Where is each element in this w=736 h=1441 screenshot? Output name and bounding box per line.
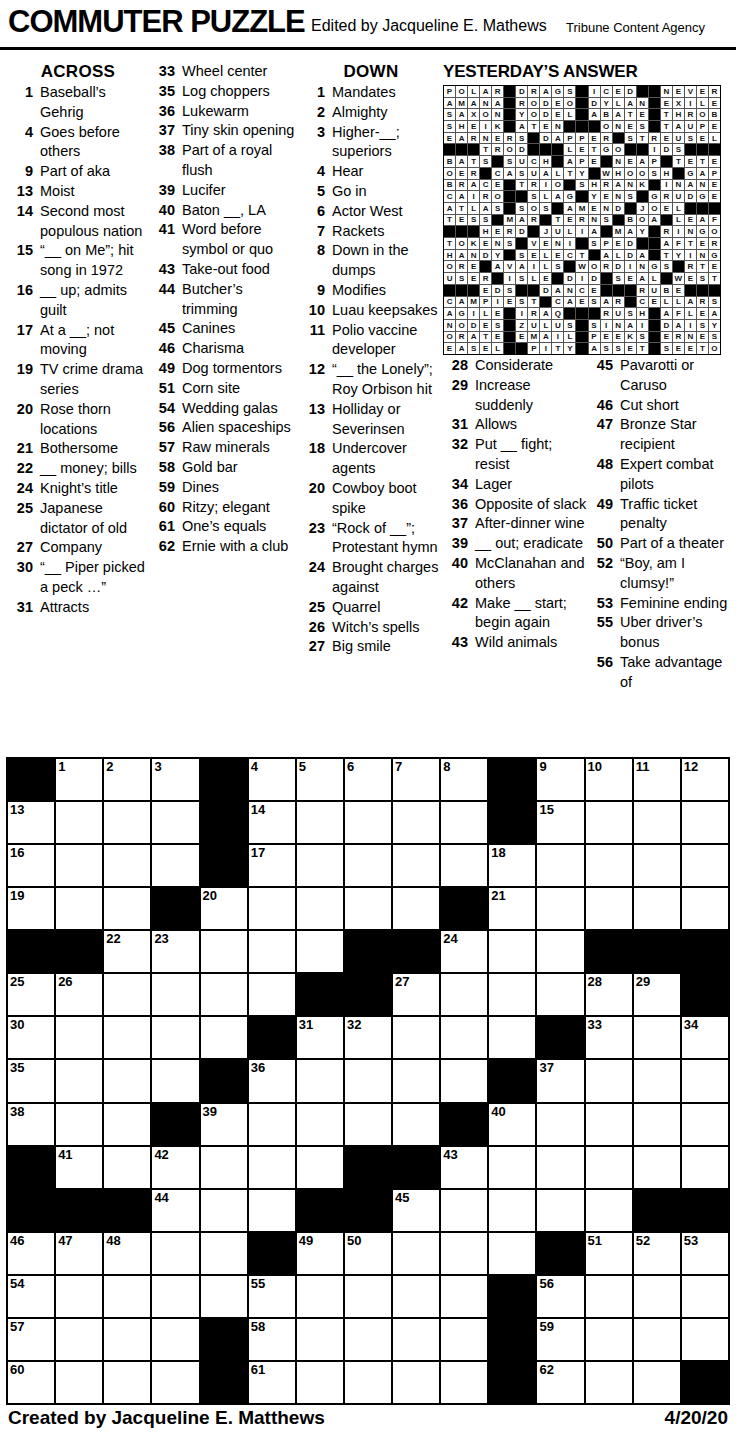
answer-letter-r4c8: T <box>528 121 539 132</box>
answer-letter-r5c4: N <box>480 133 491 144</box>
cell-r12c1[interactable]: 46 <box>8 1233 54 1274</box>
cell-r14c3[interactable] <box>104 1319 150 1360</box>
cell-r12c4[interactable] <box>152 1233 198 1274</box>
cell-r9c6[interactable] <box>249 1104 295 1145</box>
cell-number: 12 <box>684 759 698 775</box>
cell-r15c2[interactable] <box>56 1362 102 1403</box>
clue-number: 58 <box>150 458 175 478</box>
cell-r11c13[interactable] <box>586 1190 632 1231</box>
cell-r10c13[interactable] <box>586 1147 632 1188</box>
cell-r1c8[interactable]: 6 <box>345 759 391 800</box>
block-r9c4 <box>152 1104 198 1145</box>
clue-across-20: 20Rose thorn locations <box>8 400 148 440</box>
cell-r2c3[interactable] <box>104 802 150 843</box>
cell-r8c12[interactable]: 37 <box>537 1060 583 1101</box>
cell-r15c1[interactable]: 60 <box>8 1362 54 1403</box>
cell-r15c7[interactable] <box>297 1362 343 1403</box>
cell-r11c9[interactable]: 45 <box>393 1190 439 1231</box>
answer-letter-r12c20: L <box>673 215 684 226</box>
answer-letter-r14c8: V <box>528 238 539 249</box>
answer-letter-r15c16: D <box>625 250 636 261</box>
block-r10c1 <box>8 1147 54 1188</box>
answer-letter-r5c3: R <box>468 133 479 144</box>
cell-r7c5[interactable] <box>201 1017 247 1058</box>
cell-r9c12[interactable] <box>537 1104 583 1145</box>
cell-r14c10[interactable] <box>441 1319 487 1360</box>
cell-r6c5[interactable] <box>201 974 247 1015</box>
cell-r4c9[interactable] <box>393 888 439 929</box>
clue-number: 15 <box>8 241 33 281</box>
cell-r5c4[interactable]: 23 <box>152 931 198 972</box>
cell-number: 56 <box>539 1276 553 1292</box>
cell-r9c7[interactable] <box>297 1104 343 1145</box>
answer-letter-r3c4: O <box>480 109 491 120</box>
cell-number: 37 <box>539 1060 553 1076</box>
cell-r6c12[interactable] <box>537 974 583 1015</box>
clue-text: Modifies <box>332 281 442 301</box>
cell-r12c7[interactable]: 49 <box>297 1233 343 1274</box>
clue-text: Bronze Star recipient <box>620 415 733 455</box>
answer-letter-r10c20: U <box>673 191 684 202</box>
cell-r3c7[interactable] <box>297 845 343 886</box>
cell-r13c6[interactable]: 55 <box>249 1276 295 1317</box>
cell-r1c4[interactable]: 3 <box>152 759 198 800</box>
cell-r2c14[interactable] <box>634 802 680 843</box>
clue-down-4: 4Hear <box>300 162 442 182</box>
cell-r9c2[interactable] <box>56 1104 102 1145</box>
answer-letter-r8c2: E <box>456 168 467 179</box>
cell-r15c6[interactable]: 61 <box>249 1362 295 1403</box>
clue-down-8: 8Down in the dumps <box>300 241 442 281</box>
cell-r7c13[interactable]: 33 <box>586 1017 632 1058</box>
cell-r10c5[interactable] <box>201 1147 247 1188</box>
answer-letter-r15c1: H <box>444 250 455 261</box>
cell-r10c4[interactable]: 42 <box>152 1147 198 1188</box>
cell-r14c9[interactable] <box>393 1319 439 1360</box>
cell-r3c3[interactable] <box>104 845 150 886</box>
cell-r6c2[interactable]: 26 <box>56 974 102 1015</box>
cell-r14c7[interactable] <box>297 1319 343 1360</box>
answer-letter-r21c7: Z <box>516 320 527 331</box>
answer-letter-r5c1: E <box>444 133 455 144</box>
clue-number: 61 <box>150 517 175 537</box>
clue-down-3: 3Higher-__; superiors <box>300 123 442 163</box>
cell-number: 44 <box>154 1190 168 1206</box>
cell-r11c10[interactable] <box>441 1190 487 1231</box>
cell-r12c15[interactable]: 53 <box>682 1233 728 1274</box>
clue-across-37: 37Tiny skin opening <box>150 121 296 141</box>
block-r15c5 <box>201 1362 247 1403</box>
cell-r4c6[interactable] <box>249 888 295 929</box>
clue-text: “__ Piper picked a peck …” <box>40 558 148 598</box>
cell-r4c7[interactable] <box>297 888 343 929</box>
clue-across-21: 21Bothersome <box>8 439 148 459</box>
answer-block-r11c10 <box>552 203 563 214</box>
cell-r3c6[interactable]: 17 <box>249 845 295 886</box>
cell-r9c11[interactable]: 40 <box>489 1104 535 1145</box>
answer-letter-r12c4: S <box>480 215 491 226</box>
block-r13c11 <box>489 1276 535 1317</box>
cell-r3c8[interactable] <box>345 845 391 886</box>
answer-letter-r14c11: I <box>564 238 575 249</box>
cell-r3c12[interactable] <box>537 845 583 886</box>
across-clues-column-2: 33Wheel center35Log choppers36Lukewarm37… <box>150 62 296 557</box>
answer-letter-r7c8: C <box>528 156 539 167</box>
cell-r8c2[interactable] <box>56 1060 102 1101</box>
clue-number: 25 <box>300 598 325 618</box>
cell-r13c3[interactable] <box>104 1276 150 1317</box>
block-r8c5 <box>201 1060 247 1101</box>
cell-r13c14[interactable] <box>634 1276 680 1317</box>
cell-r10c11[interactable] <box>489 1147 535 1188</box>
cell-r13c8[interactable] <box>345 1276 391 1317</box>
answer-letter-r12c14: S <box>601 215 612 226</box>
cell-r3c15[interactable] <box>682 845 728 886</box>
cell-r8c8[interactable] <box>345 1060 391 1101</box>
answer-letter-r3c3: X <box>468 109 479 120</box>
cell-r7c2[interactable] <box>56 1017 102 1058</box>
cell-r5c10[interactable]: 24 <box>441 931 487 972</box>
answer-letter-r9c5: E <box>492 180 503 191</box>
answer-letter-r7c11: A <box>564 156 575 167</box>
cell-r12c9[interactable] <box>393 1233 439 1274</box>
answer-letter-r1c15: E <box>613 86 624 97</box>
cell-r15c9[interactable] <box>393 1362 439 1403</box>
answer-letter-r14c21: T <box>685 238 696 249</box>
clue-number: 9 <box>8 162 33 182</box>
cell-r9c14[interactable] <box>634 1104 680 1145</box>
cell-r8c1[interactable]: 35 <box>8 1060 54 1101</box>
cell-r7c9[interactable] <box>393 1017 439 1058</box>
cell-r7c11[interactable] <box>489 1017 535 1058</box>
clue-number: 37 <box>150 121 175 141</box>
cell-r5c6[interactable] <box>249 931 295 972</box>
answer-letter-r1c21: V <box>685 86 696 97</box>
answer-letter-r20c3: I <box>468 308 479 319</box>
cell-r12c8[interactable]: 50 <box>345 1233 391 1274</box>
cell-r7c1[interactable]: 30 <box>8 1017 54 1058</box>
clue-number: 41 <box>150 220 175 260</box>
cell-r6c1[interactable]: 25 <box>8 974 54 1015</box>
cell-r2c12[interactable]: 15 <box>537 802 583 843</box>
answer-block-r23c7 <box>516 343 527 354</box>
answer-letter-r18c4: E <box>480 285 491 296</box>
cell-r11c6[interactable] <box>249 1190 295 1231</box>
cell-r1c12[interactable]: 9 <box>537 759 583 800</box>
clue-across-39: 39Lucifer <box>150 181 296 201</box>
cell-r15c3[interactable] <box>104 1362 150 1403</box>
cell-r6c11[interactable] <box>489 974 535 1015</box>
clue-text: Quarrel <box>332 598 442 618</box>
cell-r10c14[interactable] <box>634 1147 680 1188</box>
cell-r1c15[interactable]: 12 <box>682 759 728 800</box>
cell-r2c4[interactable] <box>152 802 198 843</box>
cell-r1c9[interactable]: 7 <box>393 759 439 800</box>
clue-number: 45 <box>150 319 175 339</box>
cell-r1c10[interactable]: 8 <box>441 759 487 800</box>
header-divider <box>0 47 736 50</box>
cell-r9c1[interactable]: 38 <box>8 1104 54 1145</box>
cell-r3c4[interactable] <box>152 845 198 886</box>
clue-number: 20 <box>8 400 33 440</box>
answer-letter-r23c10: T <box>552 343 563 354</box>
answer-letter-r4c20: A <box>673 121 684 132</box>
answer-letter-r4c16: E <box>625 121 636 132</box>
cell-r8c4[interactable] <box>152 1060 198 1101</box>
cell-r13c7[interactable] <box>297 1276 343 1317</box>
cell-r13c5[interactable] <box>201 1276 247 1317</box>
cell-number: 33 <box>588 1017 602 1033</box>
answer-letter-r3c7: Y <box>516 109 527 120</box>
cell-r12c11[interactable] <box>489 1233 535 1274</box>
cell-r15c12[interactable]: 62 <box>537 1362 583 1403</box>
answer-letter-r2c8: O <box>528 98 539 109</box>
cell-r9c5[interactable]: 39 <box>201 1104 247 1145</box>
cell-r13c13[interactable] <box>586 1276 632 1317</box>
cell-number: 30 <box>10 1017 24 1033</box>
cell-r10c12[interactable] <box>537 1147 583 1188</box>
block-r2c5 <box>201 802 247 843</box>
answer-letter-r1c16: D <box>625 86 636 97</box>
cell-r14c1[interactable]: 57 <box>8 1319 54 1360</box>
cell-r12c10[interactable] <box>441 1233 487 1274</box>
cell-r3c1[interactable]: 16 <box>8 845 54 886</box>
cell-r2c6[interactable]: 14 <box>249 802 295 843</box>
cell-r14c6[interactable]: 58 <box>249 1319 295 1360</box>
cell-r6c9[interactable]: 27 <box>393 974 439 1015</box>
cell-r6c3[interactable] <box>104 974 150 1015</box>
cell-r2c13[interactable] <box>586 802 632 843</box>
cell-r7c10[interactable] <box>441 1017 487 1058</box>
cell-r7c3[interactable] <box>104 1017 150 1058</box>
cell-r3c13[interactable] <box>586 845 632 886</box>
cell-r4c1[interactable]: 19 <box>8 888 54 929</box>
answer-letter-r17c4: R <box>480 273 491 284</box>
cell-r15c13[interactable] <box>586 1362 632 1403</box>
clue-number: 26 <box>300 618 325 638</box>
block-r5c15 <box>682 931 728 972</box>
cell-r9c15[interactable] <box>682 1104 728 1145</box>
cell-r14c8[interactable] <box>345 1319 391 1360</box>
clue-number: 19 <box>8 360 33 400</box>
answer-letter-r12c3: S <box>468 215 479 226</box>
answer-letter-r13c7: D <box>516 226 527 237</box>
cell-r4c15[interactable] <box>682 888 728 929</box>
cell-r7c4[interactable] <box>152 1017 198 1058</box>
clue-text: Witch’s spells <box>332 618 442 638</box>
cell-r8c9[interactable] <box>393 1060 439 1101</box>
cell-number: 40 <box>491 1104 505 1120</box>
cell-r1c7[interactable]: 5 <box>297 759 343 800</box>
answer-letter-r22c4: T <box>480 332 491 343</box>
clue-number: 18 <box>300 439 325 479</box>
answer-letter-r11c17: J <box>637 203 648 214</box>
cell-r8c15[interactable] <box>682 1060 728 1101</box>
cell-r7c8[interactable]: 32 <box>345 1017 391 1058</box>
cell-r2c7[interactable] <box>297 802 343 843</box>
cell-r11c11[interactable] <box>489 1190 535 1231</box>
answer-letter-r9c16: N <box>625 180 636 191</box>
cell-r2c1[interactable]: 13 <box>8 802 54 843</box>
answer-letter-r19c10: C <box>552 297 563 308</box>
cell-r12c14[interactable]: 52 <box>634 1233 680 1274</box>
cell-r9c8[interactable] <box>345 1104 391 1145</box>
cell-r6c6[interactable] <box>249 974 295 1015</box>
clue-number: 56 <box>150 418 175 438</box>
cell-r3c2[interactable] <box>56 845 102 886</box>
answer-block-r12c9 <box>540 215 551 226</box>
cell-r10c6[interactable] <box>249 1147 295 1188</box>
cell-r12c5[interactable] <box>201 1233 247 1274</box>
cell-r3c10[interactable] <box>441 845 487 886</box>
answer-letter-r7c18: P <box>649 156 660 167</box>
cell-r8c3[interactable] <box>104 1060 150 1101</box>
clue-across-54: 54Wedding galas <box>150 399 296 419</box>
cell-r2c9[interactable] <box>393 802 439 843</box>
answer-letter-r9c13: H <box>589 180 600 191</box>
cell-r5c11[interactable] <box>489 931 535 972</box>
cell-r4c5[interactable]: 20 <box>201 888 247 929</box>
cell-r3c9[interactable] <box>393 845 439 886</box>
answer-block-r23c12 <box>576 343 587 354</box>
cell-r12c13[interactable]: 51 <box>586 1233 632 1274</box>
cell-r4c11[interactable]: 21 <box>489 888 535 929</box>
cell-r4c3[interactable] <box>104 888 150 929</box>
cell-r14c14[interactable] <box>634 1319 680 1360</box>
cell-r6c10[interactable] <box>441 974 487 1015</box>
cell-r13c15[interactable] <box>682 1276 728 1317</box>
cell-r1c2[interactable]: 1 <box>56 759 102 800</box>
cell-r14c4[interactable] <box>152 1319 198 1360</box>
clue-across-17: 17At a __; not moving <box>8 321 148 361</box>
cell-r11c5[interactable] <box>201 1190 247 1231</box>
cell-r9c9[interactable] <box>393 1104 439 1145</box>
cell-r7c15[interactable]: 34 <box>682 1017 728 1058</box>
clue-number: 50 <box>588 534 613 554</box>
cell-number: 61 <box>251 1362 265 1378</box>
cell-r3c14[interactable] <box>634 845 680 886</box>
cell-r4c12[interactable] <box>537 888 583 929</box>
answer-letter-r16c8: I <box>528 261 539 272</box>
answer-letter-r17c1: U <box>444 273 455 284</box>
cell-r10c10[interactable]: 43 <box>441 1147 487 1188</box>
cell-r13c1[interactable]: 54 <box>8 1276 54 1317</box>
clue-text: Big smile <box>332 637 442 657</box>
cell-r5c12[interactable] <box>537 931 583 972</box>
cell-r8c7[interactable] <box>297 1060 343 1101</box>
answer-letter-r16c19: S <box>661 261 672 272</box>
answer-letter-r8c18: S <box>649 168 660 179</box>
cell-r14c15[interactable] <box>682 1319 728 1360</box>
answer-letter-r1c3: L <box>468 86 479 97</box>
cell-r6c13[interactable]: 28 <box>586 974 632 1015</box>
cell-r3c11[interactable]: 18 <box>489 845 535 886</box>
clue-text: Mandates <box>332 83 442 103</box>
cell-r13c12[interactable]: 56 <box>537 1276 583 1317</box>
cell-r4c14[interactable] <box>634 888 680 929</box>
cell-r15c4[interactable] <box>152 1362 198 1403</box>
cell-r7c7[interactable]: 31 <box>297 1017 343 1058</box>
cell-r13c9[interactable] <box>393 1276 439 1317</box>
cell-r2c15[interactable] <box>682 802 728 843</box>
cell-r7c14[interactable] <box>634 1017 680 1058</box>
block-r11c1 <box>8 1190 54 1231</box>
cell-r10c7[interactable] <box>297 1147 343 1188</box>
cell-r15c10[interactable] <box>441 1362 487 1403</box>
answer-letter-r5c2: A <box>456 133 467 144</box>
cell-r12c2[interactable]: 47 <box>56 1233 102 1274</box>
cell-r13c10[interactable] <box>441 1276 487 1317</box>
clue-number: 56 <box>588 653 613 693</box>
cell-r8c10[interactable] <box>441 1060 487 1101</box>
answer-letter-r15c2: A <box>456 250 467 261</box>
clue-down-10: 10Luau keepsakes <box>300 301 442 321</box>
cell-r4c8[interactable] <box>345 888 391 929</box>
answer-block-r10c7 <box>516 191 527 202</box>
answer-letter-r11c20: L <box>673 203 684 214</box>
cell-r8c6[interactable]: 36 <box>249 1060 295 1101</box>
answer-letter-r3c20: H <box>673 109 684 120</box>
answer-block-r6c3 <box>468 144 479 155</box>
cell-r10c15[interactable] <box>682 1147 728 1188</box>
clue-down-28: 28Considerate <box>443 356 587 376</box>
answer-letter-r6c13: T <box>589 144 600 155</box>
cell-r5c7[interactable] <box>297 931 343 972</box>
cell-r12c3[interactable]: 48 <box>104 1233 150 1274</box>
block-r5c9 <box>393 931 439 972</box>
cell-r9c3[interactable] <box>104 1104 150 1145</box>
cell-r6c4[interactable] <box>152 974 198 1015</box>
cell-r1c14[interactable]: 11 <box>634 759 680 800</box>
cell-r4c2[interactable] <box>56 888 102 929</box>
cell-r8c14[interactable] <box>634 1060 680 1101</box>
cell-r13c2[interactable] <box>56 1276 102 1317</box>
cell-r10c2[interactable]: 41 <box>56 1147 102 1188</box>
cell-r9c13[interactable] <box>586 1104 632 1145</box>
cell-r2c2[interactable] <box>56 802 102 843</box>
cell-r11c4[interactable]: 44 <box>152 1190 198 1231</box>
cell-r5c5[interactable] <box>201 931 247 972</box>
cell-r1c3[interactable]: 2 <box>104 759 150 800</box>
cell-r2c8[interactable] <box>345 802 391 843</box>
cell-r10c3[interactable] <box>104 1147 150 1188</box>
clue-number: 37 <box>443 514 468 534</box>
cell-r14c2[interactable] <box>56 1319 102 1360</box>
answer-letter-r21c8: U <box>528 320 539 331</box>
cell-r2c10[interactable] <box>441 802 487 843</box>
cell-r15c14[interactable] <box>634 1362 680 1403</box>
clue-number: 39 <box>150 181 175 201</box>
cell-r13c4[interactable] <box>152 1276 198 1317</box>
answer-block-r17c19 <box>661 273 672 284</box>
cell-r4c13[interactable] <box>586 888 632 929</box>
answer-block-r17c5 <box>492 273 503 284</box>
answer-block-r9c11 <box>564 180 575 191</box>
cell-r15c8[interactable] <box>345 1362 391 1403</box>
answer-letter-r13c19: R <box>661 226 672 237</box>
cell-r6c14[interactable]: 29 <box>634 974 680 1015</box>
cell-r14c13[interactable] <box>586 1319 632 1360</box>
cell-r14c12[interactable]: 59 <box>537 1319 583 1360</box>
answer-block-r18c15 <box>613 285 624 296</box>
cell-r5c3[interactable]: 22 <box>104 931 150 972</box>
cell-r11c12[interactable] <box>537 1190 583 1231</box>
clue-text: “__ on Me”; hit song in 1972 <box>40 241 148 281</box>
answer-letter-r16c14: R <box>601 261 612 272</box>
cell-r1c13[interactable]: 10 <box>586 759 632 800</box>
cell-r8c13[interactable] <box>586 1060 632 1101</box>
cell-r1c6[interactable]: 4 <box>249 759 295 800</box>
